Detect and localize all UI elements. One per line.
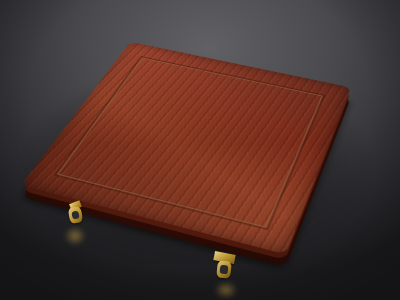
clasp-reflection (64, 226, 86, 246)
clasp-reflection (214, 281, 238, 299)
brass-clasp-center (208, 253, 248, 299)
brass-clasp-left (60, 202, 94, 250)
clasp-loop-icon (68, 206, 84, 224)
perspective-container (0, 0, 400, 300)
play-area (59, 58, 322, 226)
scene (0, 0, 400, 300)
clasp-loop-icon (216, 260, 232, 278)
